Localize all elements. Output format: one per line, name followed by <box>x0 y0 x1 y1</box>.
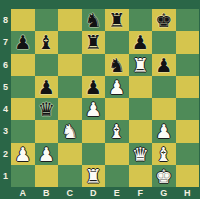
black-rook-d7[interactable]: ♜ <box>85 31 102 53</box>
square-f6[interactable]: ♜ <box>129 54 153 76</box>
square-c4[interactable] <box>58 98 82 120</box>
square-e1[interactable] <box>105 165 129 187</box>
rank-label-5: 5 <box>0 76 11 98</box>
square-g8[interactable]: ♚ <box>152 9 176 31</box>
white-queen-f2[interactable]: ♛ <box>132 143 149 165</box>
square-h5[interactable] <box>176 76 200 98</box>
square-e4[interactable] <box>105 98 129 120</box>
white-pawn-d4[interactable]: ♟ <box>85 98 102 120</box>
square-h1[interactable] <box>176 165 200 187</box>
square-f8[interactable] <box>129 9 153 31</box>
file-label-g: G <box>152 186 176 199</box>
square-g4[interactable] <box>152 98 176 120</box>
square-f7[interactable]: ♟ <box>129 31 153 53</box>
black-pawn-d5[interactable]: ♟ <box>85 76 102 98</box>
rank-label-8: 8 <box>0 9 11 31</box>
square-d6[interactable] <box>82 54 106 76</box>
rank-label-6: 6 <box>0 54 11 76</box>
square-d1[interactable]: ♜ <box>82 165 106 187</box>
square-a2[interactable]: ♟ <box>11 143 35 165</box>
square-b2[interactable]: ♟ <box>35 143 59 165</box>
square-e2[interactable] <box>105 143 129 165</box>
square-h7[interactable] <box>176 31 200 53</box>
square-c3[interactable]: ♞ <box>58 120 82 142</box>
square-d8[interactable]: ♞ <box>82 9 106 31</box>
square-h2[interactable] <box>176 143 200 165</box>
square-a6[interactable] <box>11 54 35 76</box>
square-f5[interactable] <box>129 76 153 98</box>
square-d7[interactable]: ♜ <box>82 31 106 53</box>
black-knight-e6[interactable]: ♞ <box>108 54 125 76</box>
square-d2[interactable] <box>82 143 106 165</box>
square-b4[interactable]: ♛ <box>35 98 59 120</box>
square-g3[interactable]: ♟ <box>152 120 176 142</box>
square-c6[interactable] <box>58 54 82 76</box>
square-f1[interactable] <box>129 165 153 187</box>
white-rook-f6[interactable]: ♜ <box>132 54 149 76</box>
white-pawn-b2[interactable]: ♟ <box>38 143 55 165</box>
file-label-b: B <box>35 186 59 199</box>
square-f4[interactable] <box>129 98 153 120</box>
black-rook-e8[interactable]: ♜ <box>108 9 125 31</box>
white-bishop-e3[interactable]: ♝ <box>108 120 125 142</box>
rank-label-1: 1 <box>0 165 11 187</box>
square-e7[interactable] <box>105 31 129 53</box>
square-b7[interactable]: ♝ <box>35 31 59 53</box>
square-e3[interactable]: ♝ <box>105 120 129 142</box>
square-h8[interactable] <box>176 9 200 31</box>
white-rook-d1[interactable]: ♜ <box>85 165 102 187</box>
file-labels: ABCDEFGH <box>11 186 199 199</box>
square-c1[interactable] <box>58 165 82 187</box>
black-pawn-b5[interactable]: ♟ <box>38 76 55 98</box>
white-pawn-e5[interactable]: ♟ <box>108 76 125 98</box>
black-pawn-g6[interactable]: ♟ <box>155 54 172 76</box>
chess-board: ♞♜♚♟♝♜♟♞♜♟♟♟♟♛♟♞♝♟♟♟♛♝♜♚ <box>11 9 199 187</box>
rank-label-4: 4 <box>0 98 11 120</box>
chess-board-frame: 87654321 ♞♜♚♟♝♜♟♞♜♟♟♟♟♛♟♞♝♟♟♟♛♝♜♚ ABCDEF… <box>0 0 200 199</box>
square-a7[interactable]: ♟ <box>11 31 35 53</box>
black-pawn-f7[interactable]: ♟ <box>132 31 149 53</box>
square-b5[interactable]: ♟ <box>35 76 59 98</box>
rank-label-7: 7 <box>0 31 11 53</box>
black-bishop-b7[interactable]: ♝ <box>38 31 55 53</box>
square-g7[interactable] <box>152 31 176 53</box>
square-h4[interactable] <box>176 98 200 120</box>
square-e6[interactable]: ♞ <box>105 54 129 76</box>
file-label-d: D <box>82 186 106 199</box>
square-e5[interactable]: ♟ <box>105 76 129 98</box>
square-a8[interactable] <box>11 9 35 31</box>
square-a1[interactable] <box>11 165 35 187</box>
square-h3[interactable] <box>176 120 200 142</box>
square-a5[interactable] <box>11 76 35 98</box>
black-pawn-a7[interactable]: ♟ <box>14 31 31 53</box>
black-queen-b4[interactable]: ♛ <box>38 98 55 120</box>
square-c2[interactable] <box>58 143 82 165</box>
square-d3[interactable] <box>82 120 106 142</box>
square-b8[interactable] <box>35 9 59 31</box>
black-king-g8[interactable]: ♚ <box>155 9 172 31</box>
square-b3[interactable] <box>35 120 59 142</box>
rank-label-2: 2 <box>0 143 11 165</box>
file-label-a: A <box>11 186 35 199</box>
square-g2[interactable]: ♝ <box>152 143 176 165</box>
black-knight-d8[interactable]: ♞ <box>85 9 102 31</box>
white-pawn-a2[interactable]: ♟ <box>14 143 31 165</box>
file-label-c: C <box>58 186 82 199</box>
file-label-e: E <box>105 186 129 199</box>
square-g5[interactable] <box>152 76 176 98</box>
square-d5[interactable]: ♟ <box>82 76 106 98</box>
white-king-g1[interactable]: ♚ <box>155 165 172 187</box>
square-e8[interactable]: ♜ <box>105 9 129 31</box>
square-b6[interactable] <box>35 54 59 76</box>
square-g1[interactable]: ♚ <box>152 165 176 187</box>
file-label-f: F <box>129 186 153 199</box>
square-f2[interactable]: ♛ <box>129 143 153 165</box>
square-g6[interactable]: ♟ <box>152 54 176 76</box>
rank-label-3: 3 <box>0 120 11 142</box>
white-knight-c3[interactable]: ♞ <box>61 120 78 142</box>
square-h6[interactable] <box>176 54 200 76</box>
white-bishop-g2[interactable]: ♝ <box>155 143 172 165</box>
square-b1[interactable] <box>35 165 59 187</box>
white-pawn-g3[interactable]: ♟ <box>155 120 172 142</box>
file-label-h: H <box>176 186 200 199</box>
square-c7[interactable] <box>58 31 82 53</box>
square-a3[interactable] <box>11 120 35 142</box>
square-f3[interactable] <box>129 120 153 142</box>
square-a4[interactable] <box>11 98 35 120</box>
square-d4[interactable]: ♟ <box>82 98 106 120</box>
rank-labels: 87654321 <box>0 9 11 187</box>
square-c5[interactable] <box>58 76 82 98</box>
square-c8[interactable] <box>58 9 82 31</box>
